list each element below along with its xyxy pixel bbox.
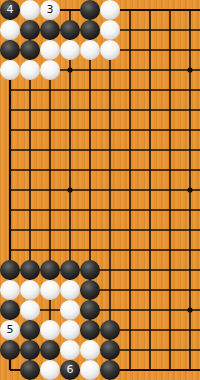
stone-white[interactable] [40,360,60,380]
stone-black[interactable] [80,260,100,280]
stone-black[interactable] [40,260,60,280]
go-diagram: 4356 [0,0,200,380]
stone-white[interactable] [20,280,40,300]
stone-white[interactable] [40,40,60,60]
stone-white[interactable] [80,340,100,360]
stone-black[interactable] [80,0,100,20]
stone-black[interactable] [20,20,40,40]
stone-white[interactable] [60,40,80,60]
stone-white[interactable] [100,20,120,40]
stone-black[interactable] [0,300,20,320]
star-point [67,67,72,72]
stone-white[interactable] [60,280,80,300]
stone-white[interactable] [0,280,20,300]
stone-white[interactable] [80,360,100,380]
stone-white[interactable] [0,60,20,80]
stone-white[interactable]: 5 [0,320,20,340]
stone-white[interactable] [60,340,80,360]
stone-black[interactable] [20,360,40,380]
move-number-label: 4 [7,0,14,20]
stone-white[interactable] [0,20,20,40]
stone-black[interactable]: 6 [60,360,80,380]
stone-black[interactable] [100,360,120,380]
stone-black[interactable] [20,260,40,280]
stone-black[interactable] [20,40,40,60]
stone-black[interactable] [100,320,120,340]
stone-white[interactable] [100,0,120,20]
go-board[interactable]: 4356 [0,0,200,380]
stone-white[interactable] [100,40,120,60]
move-number-label: 5 [7,320,14,340]
stone-black[interactable] [100,340,120,360]
stone-white[interactable] [40,280,60,300]
stone-black[interactable] [20,340,40,360]
star-point [187,187,192,192]
stone-black[interactable] [0,40,20,60]
move-number-label: 3 [47,0,54,20]
move-number-label: 6 [67,360,74,380]
stone-white[interactable] [40,60,60,80]
star-point [187,307,192,312]
stone-black[interactable] [20,320,40,340]
stone-white[interactable] [20,0,40,20]
stone-white[interactable] [20,300,40,320]
star-point [187,67,192,72]
stone-black[interactable] [80,20,100,40]
stone-black[interactable] [0,340,20,360]
stone-black[interactable] [80,280,100,300]
stone-white[interactable]: 3 [40,0,60,20]
stone-black[interactable] [80,300,100,320]
stone-black[interactable] [80,320,100,340]
star-point [67,187,72,192]
stone-white[interactable] [60,300,80,320]
stone-white[interactable] [80,40,100,60]
stone-black[interactable] [0,260,20,280]
stone-black[interactable]: 4 [0,0,20,20]
stone-white[interactable] [20,60,40,80]
stone-black[interactable] [60,260,80,280]
stone-black[interactable] [40,340,60,360]
stone-white[interactable] [60,320,80,340]
stone-black[interactable] [60,20,80,40]
stone-black[interactable] [40,20,60,40]
stone-white[interactable] [40,320,60,340]
